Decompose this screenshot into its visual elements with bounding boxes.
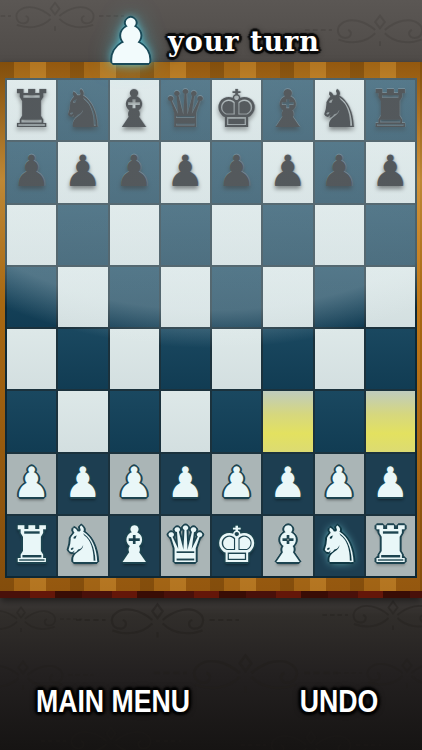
square-f4[interactable] [263, 329, 312, 389]
black-pawn: ♟ [115, 150, 154, 193]
square-b1[interactable]: ♞ [58, 516, 107, 576]
white-pawn: ♟ [320, 462, 358, 504]
white-bishop: ♝ [265, 520, 310, 570]
square-c2[interactable]: ♟ [110, 454, 159, 514]
square-c4[interactable] [110, 329, 159, 389]
square-a8[interactable]: ♜ [7, 80, 56, 140]
square-c1[interactable]: ♝ [110, 516, 159, 576]
square-h3[interactable] [366, 391, 415, 451]
square-c5[interactable] [110, 267, 159, 327]
square-a7[interactable]: ♟ [7, 142, 56, 202]
white-pawn: ♟ [115, 462, 153, 504]
square-b6[interactable] [58, 205, 107, 265]
square-f8[interactable]: ♝ [263, 80, 312, 140]
square-f7[interactable]: ♟ [263, 142, 312, 202]
square-d7[interactable]: ♟ [161, 142, 210, 202]
black-queen: ♛ [162, 83, 209, 135]
white-pawn: ♟ [13, 462, 51, 504]
square-a3[interactable] [7, 391, 56, 451]
damask-ornament [236, 722, 386, 750]
square-h4[interactable] [366, 329, 415, 389]
square-f1[interactable]: ♝ [263, 516, 312, 576]
square-h8[interactable]: ♜ [366, 80, 415, 140]
white-pawn: ♟ [64, 462, 102, 504]
square-b5[interactable] [58, 267, 107, 327]
white-pawn: ♟ [167, 462, 205, 504]
square-e6[interactable] [212, 205, 261, 265]
black-pawn: ♟ [320, 150, 359, 193]
black-rook: ♜ [8, 83, 55, 135]
black-rook: ♜ [367, 83, 414, 135]
white-knight: ♞ [317, 520, 362, 570]
white-queen: ♛ [163, 520, 208, 570]
black-pawn: ♟ [12, 150, 51, 193]
black-pawn: ♟ [269, 150, 308, 193]
square-h7[interactable]: ♟ [366, 142, 415, 202]
square-g4[interactable] [315, 329, 364, 389]
square-f3[interactable] [263, 391, 312, 451]
chess-board: ♜♞♝♛♚♝♞♜♟♟♟♟♟♟♟♟♟♟♟♟♟♟♟♟♜♞♝♛♚♝♞♜ [5, 78, 417, 578]
square-g8[interactable]: ♞ [315, 80, 364, 140]
square-b2[interactable]: ♟ [58, 454, 107, 514]
black-knight: ♞ [316, 83, 363, 135]
square-b3[interactable] [58, 391, 107, 451]
square-b4[interactable] [58, 329, 107, 389]
undo-button[interactable]: UNDO [299, 684, 378, 720]
turn-status-text: your turn [168, 26, 320, 57]
square-h5[interactable] [366, 267, 415, 327]
black-knight: ♞ [60, 83, 107, 135]
square-d5[interactable] [161, 267, 210, 327]
square-e5[interactable] [212, 267, 261, 327]
white-bishop: ♝ [112, 520, 157, 570]
square-g2[interactable]: ♟ [315, 454, 364, 514]
white-knight: ♞ [60, 520, 105, 570]
square-a5[interactable] [7, 267, 56, 327]
square-c3[interactable] [110, 391, 159, 451]
square-b8[interactable]: ♞ [58, 80, 107, 140]
black-bishop: ♝ [111, 83, 158, 135]
square-h6[interactable] [366, 205, 415, 265]
square-c7[interactable]: ♟ [110, 142, 159, 202]
square-a6[interactable] [7, 205, 56, 265]
square-e3[interactable] [212, 391, 261, 451]
square-f5[interactable] [263, 267, 312, 327]
white-pawn: ♟ [372, 462, 410, 504]
square-g1[interactable]: ♞ [315, 516, 364, 576]
white-rook: ♜ [9, 520, 54, 570]
white-pawn: ♟ [269, 462, 307, 504]
square-a1[interactable]: ♜ [7, 516, 56, 576]
square-g6[interactable] [315, 205, 364, 265]
black-king: ♚ [213, 83, 260, 135]
square-e4[interactable] [212, 329, 261, 389]
square-d1[interactable]: ♛ [161, 516, 210, 576]
square-d3[interactable] [161, 391, 210, 451]
damask-ornament [70, 594, 245, 646]
square-c6[interactable] [110, 205, 159, 265]
square-g5[interactable] [315, 267, 364, 327]
white-king: ♚ [214, 520, 259, 570]
square-d2[interactable]: ♟ [161, 454, 210, 514]
damask-ornament [0, 598, 86, 640]
square-a2[interactable]: ♟ [7, 454, 56, 514]
white-rook: ♜ [368, 520, 413, 570]
white-pawn-icon: ♟ [103, 6, 159, 78]
square-e2[interactable]: ♟ [212, 454, 261, 514]
damask-ornament [36, 718, 186, 750]
main-menu-button[interactable]: MAIN MENU [36, 684, 190, 720]
square-g3[interactable] [315, 391, 364, 451]
square-d4[interactable] [161, 329, 210, 389]
square-d8[interactable]: ♛ [161, 80, 210, 140]
square-b7[interactable]: ♟ [58, 142, 107, 202]
square-a4[interactable] [7, 329, 56, 389]
square-f2[interactable]: ♟ [263, 454, 312, 514]
square-h1[interactable]: ♜ [366, 516, 415, 576]
black-pawn: ♟ [217, 150, 256, 193]
square-f6[interactable] [263, 205, 312, 265]
black-pawn: ♟ [166, 150, 205, 193]
square-g7[interactable]: ♟ [315, 142, 364, 202]
black-pawn: ♟ [371, 150, 410, 193]
board-frame: ♜♞♝♛♚♝♞♜♟♟♟♟♟♟♟♟♟♟♟♟♟♟♟♟♜♞♝♛♚♝♞♜ [0, 62, 422, 598]
square-e7[interactable]: ♟ [212, 142, 261, 202]
square-e8[interactable]: ♚ [212, 80, 261, 140]
app-screen: ♟ your turn ♜♞♝♛♚♝♞♜♟♟♟♟♟♟♟♟♟♟♟♟♟♟♟♟♜♞♝♛… [0, 0, 422, 750]
square-h2[interactable]: ♟ [366, 454, 415, 514]
damask-ornament [318, 592, 422, 638]
square-d6[interactable] [161, 205, 210, 265]
black-pawn: ♟ [64, 150, 103, 193]
square-c8[interactable]: ♝ [110, 80, 159, 140]
black-bishop: ♝ [265, 83, 312, 135]
white-pawn: ♟ [218, 462, 256, 504]
square-e1[interactable]: ♚ [212, 516, 261, 576]
